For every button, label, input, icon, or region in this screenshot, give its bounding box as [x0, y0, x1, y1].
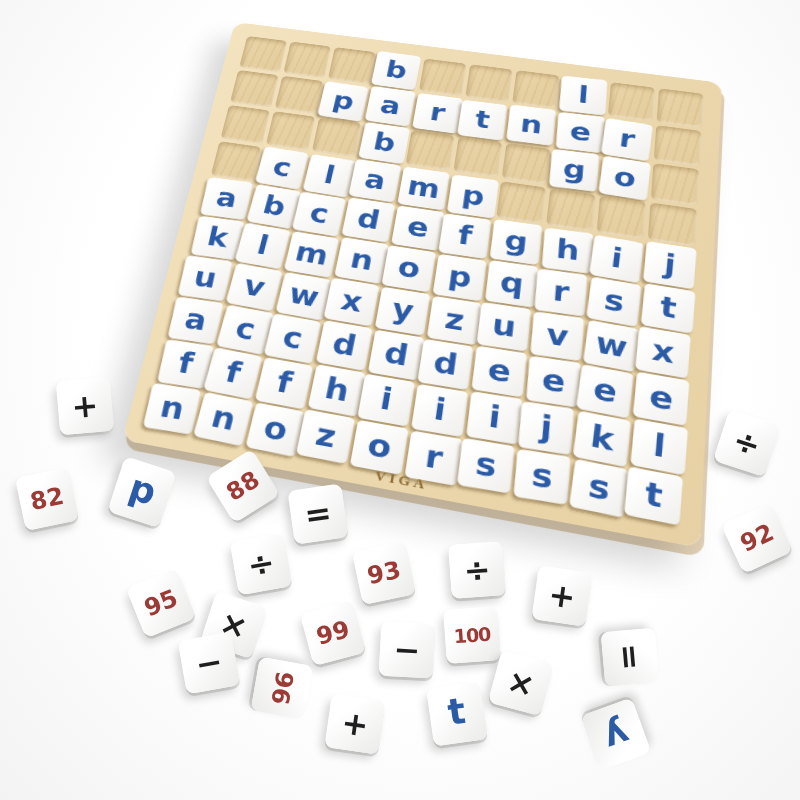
loose-tile-−-15[interactable]: − — [379, 622, 436, 679]
board-cell-6-4: n — [334, 239, 386, 284]
letter-tile-x-r7c10[interactable]: x — [635, 326, 691, 378]
letter-tile-f-r9c3[interactable]: f — [255, 357, 314, 409]
board-cell-4-7 — [496, 181, 546, 224]
board-cell-3-7 — [502, 143, 551, 184]
board-cell-5-8: h — [541, 228, 592, 273]
letter-tile-o-r3c9[interactable]: o — [598, 156, 650, 201]
letter-tile-i-r9c6[interactable]: i — [411, 384, 468, 437]
board-cell-6-3: m — [286, 232, 338, 276]
board-cell-5-3: c — [295, 192, 346, 235]
letter-tile-d-r8c6[interactable]: d — [418, 339, 474, 390]
letter-tile-h-r5c8[interactable]: h — [542, 228, 594, 274]
board-cell-5-5: e — [391, 206, 442, 249]
board-cell-6-6: p — [434, 254, 486, 300]
letter-tile-p-r4c6[interactable]: p — [447, 175, 499, 219]
board-cell-1-9 — [608, 82, 655, 121]
board-cell-4-4: a — [351, 161, 401, 203]
letter-board: blpartnerbgoclampabcdefghijklmnopqrstuvw… — [122, 22, 722, 548]
board-cell-4-8 — [546, 188, 596, 231]
board-cell-10-4: z — [298, 412, 354, 464]
letter-tile-y-r7c5[interactable]: y — [375, 287, 430, 336]
letter-tile-v-r7c2[interactable]: v — [226, 263, 283, 311]
letter-tile-i-r9c5[interactable]: i — [357, 374, 415, 427]
board-cell-8-3: c — [267, 314, 321, 362]
letter-tile-r-r2c9[interactable]: r — [601, 118, 653, 161]
board-cell-7-1: u — [179, 257, 232, 302]
letter-tile-c-r8c3[interactable]: c — [264, 313, 322, 364]
board-cell-4-2: c — [257, 148, 307, 189]
board-cell-10-8: s — [514, 450, 570, 504]
board-cell-5-6: f — [441, 213, 492, 257]
letter-tile-q-r6c7[interactable]: q — [485, 260, 538, 308]
letter-tile-v-r7c8[interactable]: v — [530, 312, 584, 362]
board-cell-8-6: d — [420, 339, 474, 388]
board-cell-8-5: d — [368, 331, 422, 380]
letter-tile-e-r8c9[interactable]: e — [576, 364, 633, 418]
letter-tile-s-r10c8[interactable]: s — [514, 449, 571, 505]
board-cell-5-4: d — [343, 199, 394, 242]
board-cell-2-1 — [230, 70, 279, 108]
letter-tile-o-r6c5[interactable]: o — [382, 245, 436, 292]
letter-tile-n-r10c1[interactable]: n — [143, 383, 201, 434]
loose-tile-p-2[interactable]: p — [107, 456, 176, 528]
board-cell-10-1: n — [145, 385, 201, 435]
board-cell-4-1 — [211, 141, 262, 181]
board-cell-1-8: l — [560, 76, 607, 115]
board-cell-8-8: e — [526, 356, 580, 406]
board-cell-9-9: k — [575, 411, 629, 464]
board-cell-3-1 — [221, 105, 271, 144]
board-cell-7-7: u — [479, 304, 532, 352]
board-cell-7-4: x — [326, 280, 379, 326]
loose-tile-93-9[interactable]: 93 — [352, 541, 416, 605]
letter-tile-e-r8c10[interactable]: e — [633, 372, 690, 427]
letter-tile-e-r8c7[interactable]: e — [472, 346, 527, 397]
letter-tile-l-r6c2[interactable]: l — [235, 223, 291, 270]
letter-tile-m-r4c5[interactable]: m — [397, 167, 449, 211]
board-cell-7-3: w — [276, 272, 329, 318]
board-cell-5-9: i — [593, 236, 644, 281]
board-cell-9-1: f — [157, 341, 212, 389]
board-cell-8-7: e — [472, 348, 526, 398]
letter-tile-i-r9c7[interactable]: i — [466, 391, 522, 444]
letter-tile-w-r7c9[interactable]: w — [583, 320, 639, 372]
board-cell-10-3: o — [246, 403, 302, 454]
letter-tile-a-r4c4[interactable]: a — [348, 159, 401, 203]
loose-tile-=-4[interactable]: = — [288, 484, 349, 545]
letter-tile-j-r5c10[interactable]: j — [643, 241, 697, 290]
letter-tile-u-r7c7[interactable]: u — [477, 302, 531, 351]
board-grid: blpartnerbgoclampabcdefghijklmnopqrstuvw… — [145, 36, 704, 525]
letter-tile-l-r1c8[interactable]: l — [559, 76, 607, 116]
board-cell-2-8: e — [555, 112, 603, 152]
board-cell-2-10 — [654, 125, 702, 166]
board-cell-10-5: o — [351, 421, 407, 474]
board-cell-8-2: c — [217, 306, 271, 353]
letter-tile-d-r8c4[interactable]: d — [316, 320, 373, 371]
letter-tile-s-r6c9[interactable]: s — [586, 277, 641, 327]
board-cell-1-1 — [239, 36, 287, 72]
letter-tile-l-r4c3[interactable]: l — [303, 154, 356, 198]
board-cell-2-5: r — [412, 94, 460, 133]
board-cell-1-5 — [419, 59, 467, 97]
board-cell-7-9: w — [584, 320, 636, 369]
loose-tile-95-7[interactable]: 95 — [126, 568, 196, 638]
loose-tile-=-18[interactable]: = — [601, 628, 660, 687]
board-cell-3-4: b — [358, 124, 407, 164]
loose-tile-82-1[interactable]: 82 — [15, 467, 79, 531]
board-cell-6-5: o — [384, 246, 436, 291]
letter-tile-u-r7c1[interactable]: u — [178, 255, 233, 301]
board-cell-9-4: h — [308, 366, 363, 416]
letter-tile-n-r6c4[interactable]: n — [334, 237, 389, 284]
letter-tile-z-r10c4[interactable]: z — [296, 409, 355, 464]
board-cell-9-10: l — [631, 421, 685, 475]
letter-tile-t-r6c10[interactable]: t — [641, 283, 696, 333]
loose-tile-−-14[interactable]: − — [178, 632, 241, 695]
board-cell-6-8: r — [536, 269, 588, 316]
loose-tile-+-20[interactable]: + — [325, 694, 386, 755]
board-cell-3-8: g — [551, 150, 600, 192]
board-cell-9-8: j — [520, 402, 575, 454]
letter-tile-r-r2c5[interactable]: r — [412, 93, 463, 134]
letter-tile-e-r8c8[interactable]: e — [526, 356, 581, 408]
board-cell-4-5: m — [399, 168, 449, 210]
board-cell-1-7 — [512, 70, 559, 108]
board-cell-5-7: g — [491, 221, 542, 265]
letter-tile-p-r6c6[interactable]: p — [433, 254, 487, 301]
loose-tile-t-21[interactable]: t — [426, 682, 488, 747]
letter-tile-i-r5c9[interactable]: i — [589, 235, 643, 283]
letter-tile-j-r9c8[interactable]: j — [518, 401, 574, 455]
board-cell-6-10: t — [641, 285, 692, 333]
letter-tile-l-r9c10[interactable]: l — [630, 418, 688, 475]
board-cell-1-4: b — [373, 53, 421, 90]
board-cell-2-3: p — [320, 82, 369, 120]
board-cell-2-9: r — [604, 119, 652, 160]
letter-tile-h-r9c4[interactable]: h — [308, 364, 366, 417]
letter-tile-n-r10c2[interactable]: n — [193, 392, 253, 446]
letter-tile-m-r6c3[interactable]: m — [284, 231, 339, 278]
letter-tile-s-r10c7[interactable]: s — [457, 438, 514, 493]
loose-tile-y-22[interactable]: y — [581, 698, 652, 771]
letter-tile-c-r5c3[interactable]: c — [292, 192, 346, 237]
letter-tile-t-r10c10[interactable]: t — [624, 466, 683, 525]
board-cell-1-3 — [328, 47, 376, 84]
letter-tile-n-r2c7[interactable]: n — [506, 105, 556, 146]
letter-tile-a-r5c1[interactable]: a — [200, 177, 253, 220]
board-cell-1-10 — [657, 88, 704, 128]
letter-tile-p-r2c3[interactable]: p — [317, 81, 369, 122]
board-cell-4-6: p — [447, 174, 497, 216]
board-cell-4-3: l — [303, 154, 353, 195]
letter-tile-t-r2c6[interactable]: t — [457, 100, 507, 141]
letter-tile-f-r5c6[interactable]: f — [438, 213, 491, 259]
board-cell-7-5: y — [376, 288, 429, 335]
loose-tile-+-11[interactable]: + — [532, 566, 593, 627]
board-cell-10-2: n — [195, 394, 251, 445]
board-cell-5-1: a — [201, 179, 252, 221]
board-cell-3-9: o — [600, 156, 649, 198]
board-cell-10-9: s — [570, 459, 626, 514]
board-cell-1-2 — [283, 42, 331, 79]
board-cell-7-6: z — [427, 296, 480, 343]
board-cell-6-9: s — [588, 277, 639, 324]
letter-tile-a-r2c4[interactable]: a — [365, 86, 416, 127]
board-cell-6-2: l — [238, 224, 290, 268]
loose-tile-÷-8[interactable]: ÷ — [230, 533, 293, 596]
board-cell-7-8: v — [531, 312, 584, 360]
board-cell-9-6: i — [412, 384, 467, 435]
board-cell-8-10: e — [634, 374, 687, 425]
letter-tile-d-r5c4[interactable]: d — [341, 197, 395, 242]
letter-tile-z-r7c6[interactable]: z — [427, 296, 482, 345]
loose-tile-100-16[interactable]: 100 — [443, 606, 501, 664]
letter-tile-d-r8c5[interactable]: d — [368, 330, 424, 381]
board-cell-7-10: x — [638, 329, 690, 378]
board-cell-4-9 — [597, 195, 647, 239]
board-cell-8-4: d — [317, 322, 371, 370]
photo-scene: blpartnerbgoclampabcdefghijklmnopqrstuvw… — [0, 0, 800, 800]
letter-tile-e-r5c5[interactable]: e — [391, 205, 444, 251]
loose-tile-96-17[interactable]: 96 — [251, 657, 314, 720]
letter-tile-g-r3c8[interactable]: g — [549, 149, 599, 192]
letter-tile-k-r9c9[interactable]: k — [573, 411, 632, 468]
loose-tile-92-6[interactable]: 92 — [721, 502, 793, 574]
board-cell-1-6 — [465, 64, 513, 102]
letter-tile-r-r6c8[interactable]: r — [535, 269, 588, 317]
letter-tile-o-r10c5[interactable]: o — [350, 420, 409, 475]
letter-tile-x-r7c4[interactable]: x — [324, 278, 380, 327]
board-cell-3-2 — [266, 111, 316, 150]
board-cell-2-4: a — [366, 88, 415, 127]
letter-tile-b-r1c4[interactable]: b — [371, 51, 421, 90]
board-cell-3-5 — [406, 130, 455, 170]
board-cell-6-1: k — [190, 217, 242, 260]
board-cell-5-10: j — [645, 243, 695, 289]
board-cell-4-10 — [648, 202, 698, 246]
board-cell-3-6 — [453, 136, 502, 177]
board-cell-7-2: v — [228, 264, 281, 309]
board-cell-10-7: s — [459, 440, 515, 494]
loose-tile-÷-5[interactable]: ÷ — [713, 409, 781, 477]
letter-tile-g-r5c7[interactable]: g — [490, 219, 542, 265]
board-cell-9-5: i — [360, 375, 415, 426]
board-cell-3-3 — [312, 117, 361, 157]
letter-tile-e-r2c8[interactable]: e — [556, 112, 605, 153]
letter-tile-b-r3c4[interactable]: b — [358, 122, 410, 164]
board-cell-9-3: f — [257, 358, 312, 407]
letter-tile-c-r4c2[interactable]: c — [255, 146, 309, 190]
board-cell-2-6: t — [459, 100, 507, 139]
board-cell-2-2 — [275, 76, 324, 114]
loose-tile-99-13[interactable]: 99 — [300, 600, 366, 666]
board-cell-5-2: b — [247, 185, 298, 227]
board-cell-3-10 — [651, 163, 700, 206]
loose-tile-×-19[interactable]: × — [488, 650, 554, 716]
board-cell-8-1: a — [168, 298, 222, 345]
letter-tile-s-r10c9[interactable]: s — [569, 459, 629, 518]
letter-tile-a-r8c1[interactable]: a — [168, 297, 224, 345]
board-cell-2-7: n — [507, 106, 555, 146]
board-cell-9-7: i — [466, 393, 521, 445]
board-cell-6-7: q — [485, 262, 537, 308]
loose-tile-÷-10[interactable]: ÷ — [448, 541, 506, 599]
letter-tile-f-r9c2[interactable]: f — [203, 347, 262, 399]
board-cell-9-2: f — [206, 349, 261, 398]
board-cell-8-9: e — [580, 365, 633, 416]
loose-tile-+-0[interactable]: + — [56, 377, 115, 436]
board-cell-10-10: t — [627, 469, 682, 525]
